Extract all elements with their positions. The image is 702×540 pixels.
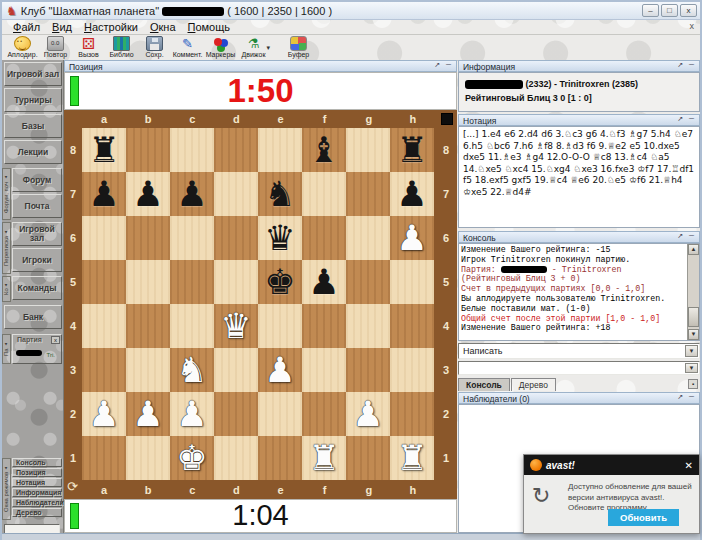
sidebar-window-Наблюдатели[interactable]: Наблюдатели	[12, 498, 62, 507]
rank-label-6: 6	[64, 216, 82, 260]
square-b5[interactable]	[126, 260, 170, 304]
square-e5[interactable]: ♚	[258, 260, 302, 304]
console-line-5: Белые поставили мат. (1-0)	[461, 304, 686, 314]
sidebar-window-Позиция[interactable]: Позиция	[12, 468, 62, 477]
sidebar-item-Команды[interactable]: Команды	[12, 276, 62, 300]
square-e3[interactable]: ♟	[258, 348, 302, 392]
file-label-h: h	[391, 110, 435, 128]
avast-logo-icon	[530, 459, 542, 471]
square-a3[interactable]	[82, 348, 126, 392]
comment-pencil-icon: ✎	[179, 36, 196, 51]
square-g5[interactable]	[346, 260, 390, 304]
console-messages: Изменение Вашего рейтинга: -15Игрок Trin…	[461, 245, 686, 339]
square-h7[interactable]: ♟	[390, 172, 434, 216]
file-label-h: h	[391, 481, 435, 499]
square-d2[interactable]	[214, 392, 258, 436]
square-g3[interactable]	[346, 348, 390, 392]
console-line-7: Изменение Вашего рейтинга: +18	[461, 323, 686, 333]
console-line-0: Изменение Вашего рейтинга: -15	[461, 245, 686, 255]
rank-label-3: 3	[435, 348, 457, 392]
file-label-a: a	[82, 481, 126, 499]
square-f3[interactable]	[302, 348, 346, 392]
avast-popup: avast! ✕ ↻ Доступно обновление для вашей…	[523, 454, 700, 534]
panel-popout-collapse-icons[interactable]: ↗ ─	[677, 115, 696, 123]
file-label-f: f	[303, 110, 347, 128]
app-logo-icon: ♞	[6, 3, 17, 19]
square-b2[interactable]: ♟	[126, 392, 170, 436]
chat-input-placeholder: Написать	[459, 344, 699, 358]
white-rook[interactable]: ♜	[396, 438, 427, 478]
app-window: ♞ Клуб "Шахматная планета" ( 1600 | 2350…	[0, 0, 702, 540]
censored-player-name	[501, 266, 547, 273]
sidebar-window-Дерево[interactable]: Дерево	[12, 508, 62, 517]
info-panel-content: (2332) - Trinitroxren (2385) Рейтинговый…	[458, 72, 700, 112]
toolbar-button-Коммент.[interactable]: ✎Коммент.	[171, 36, 204, 58]
sidebar-vtab-game[interactable]: Па	[2, 334, 11, 364]
square-c1[interactable]: ♚	[170, 436, 214, 480]
save-floppy-icon	[146, 36, 163, 51]
white-pawn[interactable]: ♟	[264, 350, 295, 390]
white-pawn[interactable]: ♟	[88, 394, 119, 434]
sidebar-vtab-correspondence[interactable]: Переписка	[2, 222, 11, 274]
white-clock: 1:04	[65, 500, 456, 531]
square-e2[interactable]	[258, 392, 302, 436]
sidebar-group-main: Игровой залТурнирыБазыЛекции	[4, 62, 62, 166]
chat-input[interactable]: Написать ▼	[458, 343, 700, 359]
toolbar-button-Движок[interactable]: ⚗▾Движок	[237, 36, 270, 58]
challenge-dice-icon: ⚄	[80, 36, 97, 51]
menu-item-2[interactable]: Настройки	[78, 21, 144, 33]
toolbar-button-Маркеры[interactable]: Маркеры	[204, 36, 237, 58]
white-king[interactable]: ♚	[176, 438, 207, 478]
black-rook[interactable]: ♜	[396, 130, 427, 170]
black-pawn[interactable]: ♟	[308, 262, 339, 302]
square-h4[interactable]	[390, 304, 434, 348]
censored-name-small	[16, 350, 42, 356]
toolbar-button-Сохр.[interactable]: Сохр.	[138, 36, 171, 58]
square-d1[interactable]	[214, 436, 258, 480]
panel-popout-collapse-icons[interactable]: ↗ ─	[677, 232, 696, 240]
rank-label-4: 4	[435, 304, 457, 348]
square-e4[interactable]	[258, 304, 302, 348]
square-a5[interactable]	[82, 260, 126, 304]
black-king[interactable]: ♚	[264, 262, 295, 302]
square-h2[interactable]	[390, 392, 434, 436]
flip-board-icon[interactable]: ⟳	[67, 479, 78, 494]
console-line-4: Вы аплодируете пользователю Trinitroxren…	[461, 294, 686, 304]
black-pawn[interactable]: ♟	[88, 174, 119, 214]
file-label-b: b	[126, 481, 170, 499]
move-list: [...] 1.e4 e6 2.d4 d6 3.♘c3 g6 4.♘f3 ♗g7…	[459, 127, 699, 200]
sidebar-item-Почта[interactable]: Почта	[12, 194, 62, 218]
recipient-dropdown-icon[interactable]: ▼	[685, 363, 698, 373]
panel-popout-collapse-icons[interactable]: ↗ ─	[434, 61, 453, 69]
players-line: (2332) - Trinitroxren (2385)	[465, 77, 693, 91]
restore-button[interactable]: □	[661, 4, 678, 17]
square-g2[interactable]: ♟	[346, 392, 390, 436]
white-pawn[interactable]: ♟	[352, 394, 383, 434]
board-panel-titlebar: Позиция ↗ ─	[64, 60, 457, 72]
toolbar-label: Аплодир.	[7, 51, 37, 58]
chess-board: abcdefgh 87654321 87654321 ♜♝♜♟♟♟♞♟♛♟♚♟♛…	[64, 110, 457, 499]
square-b6[interactable]	[126, 216, 170, 260]
toolbar-button-Аплодир.[interactable]: Аплодир.	[6, 36, 39, 58]
square-f4[interactable]	[302, 304, 346, 348]
square-a8[interactable]: ♜	[82, 128, 126, 172]
file-label-e: e	[259, 481, 303, 499]
square-h6[interactable]: ♟	[390, 216, 434, 260]
console-line-1: Игрок Trinitroxren покинул партию.	[461, 255, 686, 265]
rank-label-8: 8	[64, 128, 82, 172]
window-title: Клуб "Шахматная планета" ( 1600 | 2350 |…	[21, 5, 332, 17]
square-h3[interactable]	[390, 348, 434, 392]
sidebar-group-forum: Форум, поч ФорумПочта	[2, 168, 64, 221]
toolbar-button-Библио[interactable]: Библио	[105, 36, 138, 58]
sidebar-item-Лекции[interactable]: Лекции	[4, 140, 62, 164]
sidebar-item-Игровой зал[interactable]: Игровой зал	[12, 222, 62, 246]
square-a2[interactable]: ♟	[82, 392, 126, 436]
avast-update-button[interactable]: Обновить	[608, 509, 679, 526]
black-to-move-indicator	[441, 113, 453, 125]
square-e8[interactable]	[258, 128, 302, 172]
white-queen[interactable]: ♛	[220, 306, 251, 346]
square-f2[interactable]	[302, 392, 346, 436]
sidebar-window-Нотация[interactable]: Нотация	[12, 478, 62, 487]
square-b8[interactable]	[126, 128, 170, 172]
rank-label-7: 7	[64, 172, 82, 216]
square-h1[interactable]: ♜	[390, 436, 434, 480]
avast-popup-header: avast! ✕	[524, 455, 699, 475]
square-f1[interactable]: ♜	[302, 436, 346, 480]
file-label-d: d	[214, 110, 258, 128]
title-bar: ♞ Клуб "Шахматная планета" ( 1600 | 2350…	[2, 2, 700, 20]
panel-popout-collapse-icons[interactable]: ↗ ─	[677, 61, 696, 69]
sidebar-vtab-window-modes[interactable]: Окна режимов	[2, 458, 11, 520]
toolbar: Аплодир.Повтор⚄ВызовБиблиоСохр.✎Коммент.…	[2, 35, 700, 61]
file-labels-top: abcdefgh	[82, 110, 435, 128]
rank-labels-left: 87654321	[64, 128, 82, 480]
applaud-smiley-icon	[14, 36, 31, 51]
toolbar-label: Вызов	[78, 51, 98, 58]
file-label-d: d	[214, 481, 258, 499]
square-c8[interactable]	[170, 128, 214, 172]
square-d5[interactable]	[214, 260, 258, 304]
black-pawn[interactable]: ♟	[396, 174, 427, 214]
square-e6[interactable]: ♛	[258, 216, 302, 260]
square-d7[interactable]	[214, 172, 258, 216]
sidebar: Игровой залТурнирыБазыЛекции Форум, поч …	[2, 60, 64, 533]
censored-player-name	[465, 80, 523, 89]
engine-flask-icon: ⚗▾	[245, 36, 262, 51]
black-knight[interactable]: ♞	[264, 174, 295, 214]
sidebar-item-Игроки[interactable]: Игроки	[12, 248, 62, 272]
match-type-line: Рейтинговый Блиц 3 0 [1 : 0]	[465, 91, 693, 105]
square-d4[interactable]: ♛	[214, 304, 258, 348]
white-rook[interactable]: ♜	[308, 438, 339, 478]
sidebar-vtab-forum[interactable]: Форум, поч	[2, 168, 11, 220]
notation-panel-content[interactable]: [...] 1.e4 e6 2.d4 d6 3.♘c3 g6 4.♘f3 ♗g7…	[458, 126, 700, 228]
square-d8[interactable]	[214, 128, 258, 172]
menu-bar: ФайлВидНастройкиОкнаПомощь	[2, 20, 700, 35]
menu-item-4[interactable]: Помощь	[182, 21, 237, 33]
square-b7[interactable]: ♟	[126, 172, 170, 216]
toolbar-label: Маркеры	[206, 51, 236, 58]
square-c5[interactable]	[170, 260, 214, 304]
sidebar-item-Игровой зал[interactable]: Игровой зал	[4, 62, 62, 86]
square-d3[interactable]	[214, 348, 258, 392]
square-g6[interactable]	[346, 216, 390, 260]
update-refresh-icon: ↻	[532, 483, 550, 508]
panel-popout-collapse-icons[interactable]: ↗ ─	[677, 393, 696, 401]
square-f8[interactable]: ♝	[302, 128, 346, 172]
square-h8[interactable]: ♜	[390, 128, 434, 172]
square-f5[interactable]: ♟	[302, 260, 346, 304]
black-rook[interactable]: ♜	[88, 130, 119, 170]
black-clock: 1:50	[65, 73, 456, 109]
black-pawn[interactable]: ♟	[132, 174, 163, 214]
file-label-g: g	[347, 110, 391, 128]
avast-close-icon[interactable]: ✕	[685, 460, 693, 471]
square-h5[interactable]	[390, 260, 434, 304]
sidebar-window-Информация[interactable]: Информация	[12, 488, 62, 497]
close-button[interactable]: x	[680, 4, 697, 17]
console-tabbar: Консоль Дерево ▪	[458, 376, 700, 391]
observers-panel-title: Наблюдатели (0)	[463, 394, 530, 404]
notation-panel-titlebar: Нотация ↗ ─	[458, 114, 700, 126]
sidebar-game-tab-area: Па Партия x Tri.	[2, 334, 64, 368]
square-g8[interactable]	[346, 128, 390, 172]
black-clock-strip: 1:50	[64, 72, 457, 110]
square-c6[interactable]	[170, 216, 214, 260]
censored-player-name	[162, 7, 224, 16]
toolbar-button-Повтор[interactable]: Повтор	[39, 36, 72, 58]
square-b3[interactable]	[126, 348, 170, 392]
rank-label-7: 7	[435, 172, 457, 216]
sidebar-windows-group: Окна режимов КонсольПозицияНотацияИнформ…	[2, 458, 64, 522]
menu-item-1[interactable]: Вид	[46, 21, 78, 33]
scroll-down-icon[interactable]: ▼	[688, 329, 699, 340]
black-bishop[interactable]: ♝	[308, 130, 339, 170]
minimize-button[interactable]: –	[642, 4, 659, 17]
rank-label-2: 2	[435, 392, 457, 436]
square-e7[interactable]: ♞	[258, 172, 302, 216]
toolbar-label: Сохр.	[145, 51, 163, 58]
console-line-6: Общий счет после этой партии [1,0 - 1,0]	[461, 314, 686, 324]
tab-console[interactable]: Консоль	[458, 378, 510, 391]
chat-input-dropdown-icon[interactable]: ▼	[685, 345, 698, 357]
white-pawn[interactable]: ♟	[132, 394, 163, 434]
black-queen[interactable]: ♛	[264, 218, 295, 258]
sidebar-game-tab[interactable]: Партия x Tri.	[12, 334, 62, 364]
white-pawn[interactable]: ♟	[176, 394, 207, 434]
sidebar-item-Банк[interactable]: Банк	[4, 305, 62, 329]
engine-dropdown-icon[interactable]: ▾	[266, 40, 270, 55]
file-label-f: f	[303, 481, 347, 499]
console-panel-titlebar: Консоль ↗ ─	[458, 231, 700, 243]
game-tab-close-icon[interactable]: x	[51, 336, 60, 344]
console-line-3: Счет в предыдущих партиях [0,0 - 1,0]	[461, 284, 686, 294]
game-tab-opponent: Tri.	[46, 352, 54, 358]
square-a7[interactable]: ♟	[82, 172, 126, 216]
square-a1[interactable]	[82, 436, 126, 480]
square-c7[interactable]: ♟	[170, 172, 214, 216]
square-g4[interactable]	[346, 304, 390, 348]
sidebar-group-teams: Ко Команды	[2, 276, 64, 303]
file-label-a: a	[82, 110, 126, 128]
square-d6[interactable]	[214, 216, 258, 260]
markers-colors-icon	[212, 36, 229, 51]
toolbar-label: Буфер	[288, 51, 309, 58]
black-pawn[interactable]: ♟	[176, 174, 207, 214]
file-label-e: e	[259, 110, 303, 128]
white-clock-strip: 1:04	[64, 499, 457, 533]
rank-label-8: 8	[435, 128, 457, 172]
taskbar-strip	[2, 533, 700, 540]
white-pawn[interactable]: ♟	[396, 218, 427, 258]
sidebar-item-Турниры[interactable]: Турниры	[4, 88, 62, 112]
toolbar-button-Буфер[interactable]: Буфер	[282, 36, 315, 58]
square-f6[interactable]	[302, 216, 346, 260]
black-connection-bar	[70, 76, 79, 106]
sidebar-window-Консоль[interactable]: Консоль	[12, 458, 62, 467]
toolbar-label: Библио	[109, 51, 133, 58]
rank-label-1: 1	[435, 436, 457, 480]
replay-counter-icon	[47, 36, 64, 51]
scroll-thumb[interactable]	[688, 307, 699, 327]
scroll-up-icon[interactable]: ▲	[688, 244, 699, 255]
rank-label-4: 4	[64, 304, 82, 348]
avast-brand: avast!	[546, 460, 575, 471]
file-label-c: c	[170, 481, 214, 499]
toolbar-button-Вызов[interactable]: ⚄Вызов	[72, 36, 105, 58]
notation-panel-title: Нотация	[463, 116, 496, 126]
file-label-c: c	[170, 110, 214, 128]
square-g1[interactable]	[346, 436, 390, 480]
file-labels-bottom: abcdefgh	[82, 481, 435, 499]
recipient-select[interactable]: ▼	[458, 361, 700, 375]
sidebar-group-correspondence: Переписка Игровой залИгроки	[2, 222, 64, 275]
rank-labels-right: 87654321	[435, 128, 457, 480]
board-squares[interactable]: ♜♝♜♟♟♟♞♟♛♟♚♟♛♞♟♟♟♟♟♚♜♜	[82, 128, 434, 480]
console-scrollbar[interactable]: ▲ ▼	[687, 244, 699, 340]
buffer-puzzle-icon	[290, 36, 307, 51]
info-panel-title: Информация	[463, 62, 515, 72]
square-e1[interactable]	[258, 436, 302, 480]
white-connection-bar	[70, 503, 79, 529]
square-c3[interactable]: ♞	[170, 348, 214, 392]
square-f7[interactable]	[302, 172, 346, 216]
file-label-g: g	[347, 481, 391, 499]
rank-label-3: 3	[64, 348, 82, 392]
square-g7[interactable]	[346, 172, 390, 216]
board-panel-title: Позиция	[69, 62, 103, 72]
info-panel-titlebar: Информация ↗ ─	[458, 60, 700, 72]
square-c4[interactable]	[170, 304, 214, 348]
square-a6[interactable]	[82, 216, 126, 260]
rank-label-5: 5	[435, 260, 457, 304]
rank-label-5: 5	[64, 260, 82, 304]
sidebar-item-Базы[interactable]: Базы	[4, 114, 62, 138]
library-books-icon	[113, 36, 130, 51]
sidebar-vtab-teams[interactable]: Ко	[2, 276, 11, 302]
toolbar-label: Движок	[241, 51, 265, 58]
square-a4[interactable]	[82, 304, 126, 348]
rank-label-1: 1	[64, 436, 82, 480]
tabbar-more-icon[interactable]: ▪	[688, 379, 698, 389]
file-label-b: b	[126, 110, 170, 128]
square-b4[interactable]	[126, 304, 170, 348]
square-c2[interactable]: ♟	[170, 392, 214, 436]
menu-item-0[interactable]: Файл	[7, 21, 46, 33]
rank-label-2: 2	[64, 392, 82, 436]
sidebar-item-Форум[interactable]: Форум	[12, 168, 62, 192]
console-panel-title: Консоль	[463, 233, 496, 243]
observers-panel-titlebar: Наблюдатели (0) ↗ ─	[458, 392, 700, 404]
console-line-2: Партия: - Trinitroxren (Рейтинговый Блиц…	[461, 265, 686, 285]
square-b1[interactable]	[126, 436, 170, 480]
toolbar-label: Повтор	[44, 51, 67, 58]
console-panel-content[interactable]: Изменение Вашего рейтинга: -15Игрок Trin…	[458, 243, 700, 341]
toolbar-label: Коммент.	[173, 51, 203, 58]
child-close-icon[interactable]: x	[690, 21, 695, 31]
rank-label-6: 6	[435, 216, 457, 260]
menu-item-3[interactable]: Окна	[144, 21, 182, 33]
sidebar-group-bank: Банк	[4, 305, 62, 331]
white-knight[interactable]: ♞	[176, 350, 207, 390]
tab-tree[interactable]: Дерево	[511, 378, 556, 391]
